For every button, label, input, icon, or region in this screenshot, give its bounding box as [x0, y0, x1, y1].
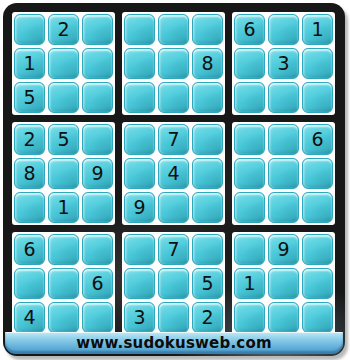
cell-r1c7[interactable]: 6: [234, 14, 265, 45]
box-7: 664: [12, 232, 115, 335]
cell-r3c6[interactable]: [192, 82, 223, 113]
cell-r1c5[interactable]: [158, 14, 189, 45]
cell-r6c8[interactable]: [268, 192, 299, 223]
cell-r6c3[interactable]: [82, 192, 113, 223]
cell-r4c6[interactable]: [192, 124, 223, 155]
cell-r4c4[interactable]: [124, 124, 155, 155]
cell-r5c6[interactable]: [192, 158, 223, 189]
cell-r9c4[interactable]: 3: [124, 302, 155, 333]
box-6: 6: [232, 122, 335, 225]
cell-r3c1[interactable]: 5: [14, 82, 45, 113]
cell-r1c6[interactable]: [192, 14, 223, 45]
sudoku-frame: 2158613258917496664753291 www.sudokusweb…: [3, 3, 345, 356]
cell-r4c5[interactable]: 7: [158, 124, 189, 155]
cell-r9c8[interactable]: [268, 302, 299, 333]
cell-r1c2[interactable]: 2: [48, 14, 79, 45]
box-4: 25891: [12, 122, 115, 225]
cell-r9c2[interactable]: [48, 302, 79, 333]
cell-r5c8[interactable]: [268, 158, 299, 189]
cell-r2c5[interactable]: [158, 48, 189, 79]
cell-r6c2[interactable]: 1: [48, 192, 79, 223]
cell-r7c9[interactable]: [302, 234, 333, 265]
box-9: 91: [232, 232, 335, 335]
cell-r7c1[interactable]: 6: [14, 234, 45, 265]
sudoku-board: 2158613258917496664753291: [12, 12, 335, 335]
cell-r8c7[interactable]: 1: [234, 268, 265, 299]
cell-r9c6[interactable]: 2: [192, 302, 223, 333]
cell-r5c1[interactable]: 8: [14, 158, 45, 189]
cell-r2c7[interactable]: [234, 48, 265, 79]
cell-r8c2[interactable]: [48, 268, 79, 299]
cell-r8c3[interactable]: 6: [82, 268, 113, 299]
cell-r5c2[interactable]: [48, 158, 79, 189]
cell-r2c1[interactable]: 1: [14, 48, 45, 79]
cell-r2c3[interactable]: [82, 48, 113, 79]
cell-r3c5[interactable]: [158, 82, 189, 113]
cell-r6c9[interactable]: [302, 192, 333, 223]
cell-r8c4[interactable]: [124, 268, 155, 299]
cell-r3c3[interactable]: [82, 82, 113, 113]
cell-r6c1[interactable]: [14, 192, 45, 223]
cell-r1c1[interactable]: [14, 14, 45, 45]
cell-r7c3[interactable]: [82, 234, 113, 265]
cell-r4c7[interactable]: [234, 124, 265, 155]
cell-r9c5[interactable]: [158, 302, 189, 333]
cell-r5c3[interactable]: 9: [82, 158, 113, 189]
box-2: 8: [122, 12, 225, 115]
cell-r9c9[interactable]: [302, 302, 333, 333]
cell-r9c3[interactable]: [82, 302, 113, 333]
cell-r9c1[interactable]: 4: [14, 302, 45, 333]
cell-r3c8[interactable]: [268, 82, 299, 113]
cell-r8c1[interactable]: [14, 268, 45, 299]
cell-r2c9[interactable]: [302, 48, 333, 79]
cell-r2c4[interactable]: [124, 48, 155, 79]
cell-r3c2[interactable]: [48, 82, 79, 113]
box-8: 7532: [122, 232, 225, 335]
cell-r8c9[interactable]: [302, 268, 333, 299]
cell-r6c5[interactable]: [158, 192, 189, 223]
cell-r4c8[interactable]: [268, 124, 299, 155]
footer-band: www.sudokusweb.com: [5, 332, 343, 354]
cell-r2c2[interactable]: [48, 48, 79, 79]
cell-r4c3[interactable]: [82, 124, 113, 155]
cell-r4c2[interactable]: 5: [48, 124, 79, 155]
cell-r7c6[interactable]: [192, 234, 223, 265]
cell-r1c3[interactable]: [82, 14, 113, 45]
cell-r6c7[interactable]: [234, 192, 265, 223]
cell-r3c9[interactable]: [302, 82, 333, 113]
cell-r2c6[interactable]: 8: [192, 48, 223, 79]
cell-r9c7[interactable]: [234, 302, 265, 333]
cell-r3c7[interactable]: [234, 82, 265, 113]
site-url-link[interactable]: www.sudokusweb.com: [76, 334, 271, 352]
cell-r5c5[interactable]: 4: [158, 158, 189, 189]
cell-r1c8[interactable]: [268, 14, 299, 45]
cell-r5c4[interactable]: [124, 158, 155, 189]
box-3: 613: [232, 12, 335, 115]
cell-r7c8[interactable]: 9: [268, 234, 299, 265]
cell-r5c7[interactable]: [234, 158, 265, 189]
box-1: 215: [12, 12, 115, 115]
cell-r6c6[interactable]: [192, 192, 223, 223]
cell-r4c9[interactable]: 6: [302, 124, 333, 155]
cell-r7c4[interactable]: [124, 234, 155, 265]
cell-r7c7[interactable]: [234, 234, 265, 265]
cell-r8c5[interactable]: [158, 268, 189, 299]
cell-r2c8[interactable]: 3: [268, 48, 299, 79]
cell-r1c4[interactable]: [124, 14, 155, 45]
cell-r5c9[interactable]: [302, 158, 333, 189]
cell-r7c5[interactable]: 7: [158, 234, 189, 265]
cell-r8c8[interactable]: [268, 268, 299, 299]
cell-r7c2[interactable]: [48, 234, 79, 265]
cell-r6c4[interactable]: 9: [124, 192, 155, 223]
cell-r4c1[interactable]: 2: [14, 124, 45, 155]
cell-r8c6[interactable]: 5: [192, 268, 223, 299]
cell-r1c9[interactable]: 1: [302, 14, 333, 45]
box-5: 749: [122, 122, 225, 225]
cell-r3c4[interactable]: [124, 82, 155, 113]
